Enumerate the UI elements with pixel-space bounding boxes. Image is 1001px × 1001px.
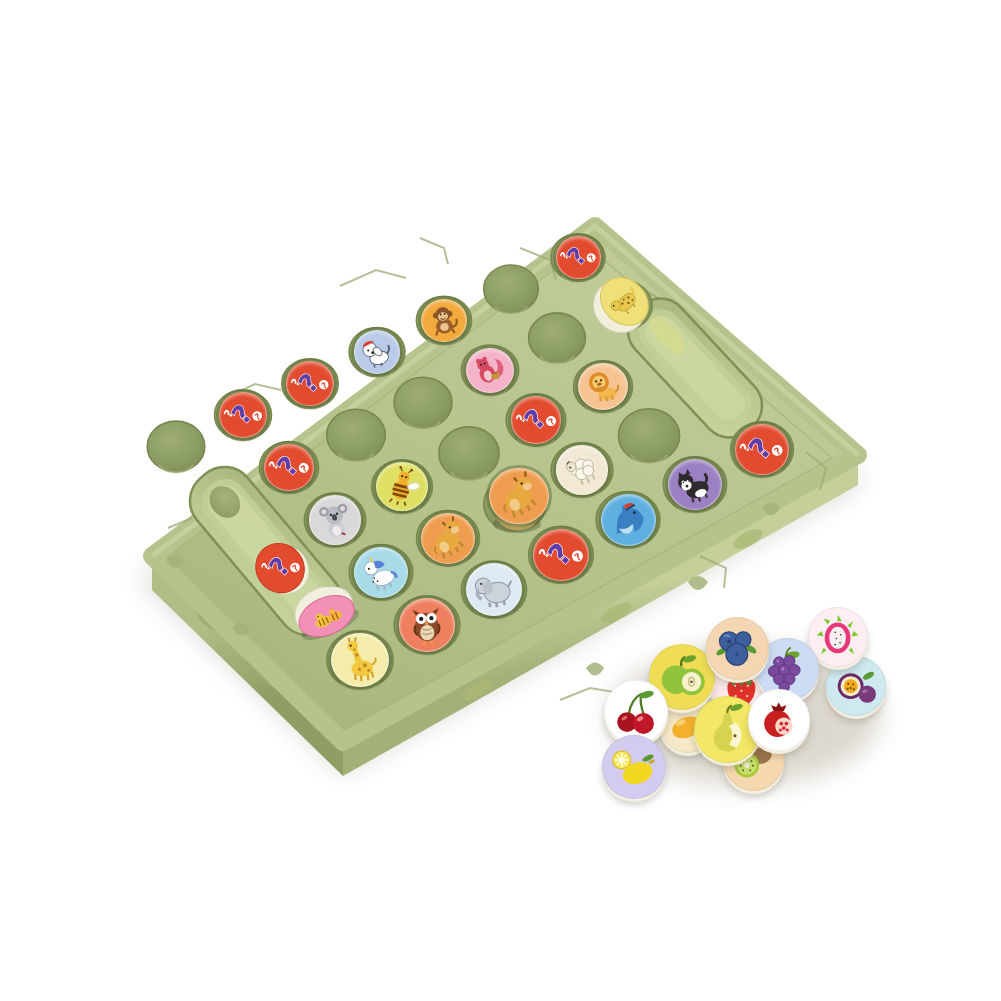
dragonfruit-icon [813,612,862,661]
koala-icon [311,496,360,545]
token-art [403,601,451,649]
blueberry-icon [711,622,763,674]
pear-icon [700,702,755,757]
token-dog[interactable] [354,330,401,374]
token-art [377,462,427,512]
token-art [311,496,360,545]
token-question[interactable]: ??? [219,392,267,437]
token-koala[interactable] [309,495,361,544]
token-squirrel[interactable] [466,348,514,393]
token-owl[interactable] [399,598,456,651]
token-dolphin[interactable] [601,494,656,546]
grapes-icon [761,643,813,695]
token-question[interactable]: ??? [735,424,789,475]
board-hole-r2c2 [327,409,386,461]
fruit-token-pomegranate[interactable] [748,689,810,751]
dog-icon [354,329,399,374]
monkey-icon [423,300,465,342]
bee-icon [377,462,427,512]
pomegranate-icon [754,695,805,746]
token-art [423,300,465,342]
token-lion[interactable] [578,363,628,410]
passionfruit-icon [831,661,880,710]
token-cheetah-standing-on-edge-at-right-tray[interactable] [591,271,655,339]
elephant-icon [469,564,520,615]
cherry-icon [610,686,662,738]
board-hole-r1c5 [484,265,539,313]
fruit-token-blueberry[interactable] [706,617,769,680]
token-art [579,363,626,410]
token-art [469,564,520,615]
lemon-icon [608,741,660,793]
product-photo: ???????????????????????? [0,0,1001,1001]
token-art [354,329,399,374]
token-question[interactable]: ??? [286,361,333,406]
token-question[interactable]: ??? [533,529,589,581]
owl-icon [403,601,451,649]
token-question[interactable]: ??? [511,396,562,444]
token-elephant[interactable] [466,563,522,616]
token-tiger-on-edge-in-front-of-left-tray[interactable] [292,587,362,651]
board-hole-r2c3 [394,377,452,428]
board-hole-r2c5 [529,313,586,363]
token-cow[interactable] [421,513,475,564]
token-cow-raised[interactable] [489,468,548,524]
token-monkey[interactable] [421,299,467,342]
lion-icon [579,363,626,410]
board-hole-r3c3 [439,427,499,480]
token-sheep[interactable] [556,445,609,495]
token-question[interactable]: ??? [264,444,314,491]
board-hole-r1c0 [147,421,205,472]
token-bee[interactable] [376,462,428,511]
fruit-token-lemon[interactable] [602,735,666,799]
board-hole-r4c5 [618,409,679,463]
token-husky[interactable] [668,459,722,510]
